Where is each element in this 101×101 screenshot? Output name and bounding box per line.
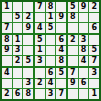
cell-r7-c8[interactable]: [79, 68, 89, 78]
sudoku-box-2-0: 43268: [2, 68, 33, 99]
cell-r7-c3[interactable]: [23, 68, 33, 78]
sudoku-box-1-1: 561438: [35, 35, 66, 66]
cell-r2-c3[interactable]: 2: [23, 13, 33, 23]
cell-r6-c2[interactable]: 2: [13, 56, 23, 66]
cell-r4-c6[interactable]: 6: [56, 35, 66, 45]
cell-r4-c8[interactable]: 3: [79, 35, 89, 45]
cell-r7-c2[interactable]: [13, 68, 23, 78]
cell-r5-c9[interactable]: 5: [89, 46, 99, 56]
cell-r1-c7[interactable]: 5: [68, 2, 78, 12]
cell-r9-c3[interactable]: 8: [23, 89, 33, 99]
cell-r8-c3[interactable]: 3: [23, 79, 33, 89]
sudoku-box-2-2: 73961: [68, 68, 99, 99]
cell-r8-c6[interactable]: [56, 79, 66, 89]
cell-r8-c1[interactable]: [2, 79, 12, 89]
cell-r9-c8[interactable]: [79, 89, 89, 99]
cell-r4-c3[interactable]: [23, 35, 33, 45]
cell-r4-c9[interactable]: [89, 35, 99, 45]
cell-r2-c8[interactable]: [79, 13, 89, 23]
cell-r2-c5[interactable]: 1: [46, 13, 56, 23]
cell-r8-c7[interactable]: 9: [68, 79, 78, 89]
cell-r8-c2[interactable]: [13, 79, 23, 89]
cell-r1-c8[interactable]: 9: [79, 2, 89, 12]
cell-r9-c4[interactable]: [35, 89, 45, 99]
cell-r8-c5[interactable]: 4: [46, 79, 56, 89]
cell-r9-c6[interactable]: 7: [56, 89, 66, 99]
cell-r6-c9[interactable]: 7: [89, 56, 99, 66]
cell-r6-c7[interactable]: [68, 56, 78, 66]
cell-r3-c3[interactable]: 9: [23, 23, 33, 33]
cell-r7-c7[interactable]: 7: [68, 68, 78, 78]
cell-r3-c6[interactable]: [56, 23, 66, 33]
cell-r7-c1[interactable]: 4: [2, 68, 12, 78]
cell-r1-c3[interactable]: [23, 2, 33, 12]
cell-r6-c6[interactable]: 8: [56, 56, 66, 66]
cell-r7-c9[interactable]: 3: [89, 68, 99, 78]
cell-r8-c4[interactable]: 2: [35, 79, 45, 89]
sudoku-box-0-0: 15279: [2, 2, 33, 33]
cell-r6-c4[interactable]: 3: [35, 56, 45, 66]
cell-r5-c3[interactable]: [23, 46, 33, 56]
cell-r2-c7[interactable]: 8: [68, 13, 78, 23]
cell-r7-c4[interactable]: [35, 68, 45, 78]
cell-r3-c9[interactable]: 6: [89, 23, 99, 33]
sudoku-box-1-2: 238547: [68, 35, 99, 66]
sudoku-box-1-0: 819325: [2, 35, 33, 66]
sudoku-board: 1527978194559286819325561438238547432686…: [0, 0, 101, 101]
cell-r8-c8[interactable]: 6: [79, 79, 89, 89]
cell-r5-c5[interactable]: [46, 46, 56, 56]
cell-r2-c4[interactable]: [35, 13, 45, 23]
cell-r5-c7[interactable]: [68, 46, 78, 56]
cell-r5-c1[interactable]: 9: [2, 46, 12, 56]
cell-r1-c9[interactable]: 2: [89, 2, 99, 12]
cell-r6-c3[interactable]: 5: [23, 56, 33, 66]
sudoku-box-2-1: 652437: [35, 68, 66, 99]
cell-r4-c4[interactable]: 5: [35, 35, 45, 45]
cell-r3-c4[interactable]: 4: [35, 23, 45, 33]
cell-r9-c2[interactable]: 6: [13, 89, 23, 99]
cell-r2-c9[interactable]: [89, 13, 99, 23]
cell-r4-c1[interactable]: 8: [2, 35, 12, 45]
cell-r5-c8[interactable]: 8: [79, 46, 89, 56]
cell-r6-c1[interactable]: [2, 56, 12, 66]
cell-r1-c4[interactable]: 7: [35, 2, 45, 12]
cell-r9-c9[interactable]: 1: [89, 89, 99, 99]
cell-r6-c5[interactable]: [46, 56, 56, 66]
cell-r4-c2[interactable]: 1: [13, 35, 23, 45]
cell-r2-c2[interactable]: 5: [13, 13, 23, 23]
cell-r3-c7[interactable]: [68, 23, 78, 33]
cell-r1-c6[interactable]: [56, 2, 66, 12]
cell-r4-c7[interactable]: 2: [68, 35, 78, 45]
cell-r3-c8[interactable]: [79, 23, 89, 33]
cell-r2-c1[interactable]: [2, 13, 12, 23]
cell-r5-c4[interactable]: 1: [35, 46, 45, 56]
sudoku-box-0-2: 59286: [68, 2, 99, 33]
cell-r2-c6[interactable]: 9: [56, 13, 66, 23]
cell-r4-c5[interactable]: [46, 35, 56, 45]
cell-r5-c6[interactable]: 4: [56, 46, 66, 56]
cell-r9-c5[interactable]: 3: [46, 89, 56, 99]
cell-r5-c2[interactable]: 3: [13, 46, 23, 56]
cell-r9-c7[interactable]: [68, 89, 78, 99]
cell-r3-c5[interactable]: 5: [46, 23, 56, 33]
cell-r1-c2[interactable]: [13, 2, 23, 12]
cell-r7-c5[interactable]: 6: [46, 68, 56, 78]
sudoku-box-0-1: 781945: [35, 2, 66, 33]
cell-r6-c8[interactable]: 4: [79, 56, 89, 66]
cell-r7-c6[interactable]: 5: [56, 68, 66, 78]
cell-r9-c1[interactable]: 2: [2, 89, 12, 99]
cell-r3-c1[interactable]: 7: [2, 23, 12, 33]
cell-r1-c1[interactable]: 1: [2, 2, 12, 12]
cell-r1-c5[interactable]: 8: [46, 2, 56, 12]
cell-r8-c9[interactable]: [89, 79, 99, 89]
cell-r3-c2[interactable]: [13, 23, 23, 33]
